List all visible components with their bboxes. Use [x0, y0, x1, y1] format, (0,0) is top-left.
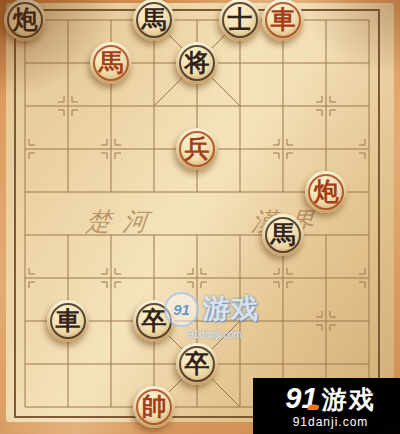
piece-glyph: 馬	[142, 7, 167, 32]
piece-glyph: 兵	[185, 136, 210, 161]
piece-glyph: 炮	[314, 179, 339, 204]
piece-red-horse[interactable]: 馬	[90, 42, 132, 84]
piece-glyph: 将	[185, 50, 210, 75]
piece-red-cannon[interactable]: 炮	[305, 171, 347, 213]
piece-glyph: 馬	[99, 50, 124, 75]
corner-watermark-text: 游戏	[322, 387, 376, 412]
piece-black-advisor[interactable]: 士	[219, 0, 261, 41]
piece-glyph: 士	[228, 7, 253, 32]
piece-glyph: 卒	[185, 351, 210, 376]
piece-black-general[interactable]: 将	[176, 42, 218, 84]
piece-glyph: 車	[271, 7, 296, 32]
corner-watermark-box: 91 游戏 91danji.com	[253, 378, 400, 434]
piece-black-cannon[interactable]: 炮	[4, 0, 46, 41]
piece-glyph: 卒	[142, 308, 167, 333]
corner-watermark-site: 91danji.com	[293, 415, 369, 429]
piece-black-chariot[interactable]: 車	[47, 300, 89, 342]
piece-glyph: 炮	[13, 7, 38, 32]
piece-glyph: 帥	[142, 394, 167, 419]
piece-glyph: 車	[56, 308, 81, 333]
corner-watermark-logo: 91 游戏	[285, 384, 375, 413]
corner-91-logo-icon: 91	[285, 384, 317, 413]
xiangqi-game-screen: 楚河 漢界 炮馬士車馬将兵炮馬車卒卒帥 91 游戏 91danji.com 91…	[0, 0, 400, 434]
piece-black-horse-2[interactable]: 馬	[262, 214, 304, 256]
piece-glyph: 馬	[271, 222, 296, 247]
piece-red-general[interactable]: 帥	[133, 386, 175, 428]
piece-black-soldier[interactable]: 卒	[133, 300, 175, 342]
pieces-layer: 炮馬士車馬将兵炮馬車卒卒帥	[0, 0, 400, 434]
piece-red-chariot[interactable]: 車	[262, 0, 304, 41]
piece-red-soldier[interactable]: 兵	[176, 128, 218, 170]
piece-black-horse[interactable]: 馬	[133, 0, 175, 41]
piece-black-soldier-2[interactable]: 卒	[176, 343, 218, 385]
